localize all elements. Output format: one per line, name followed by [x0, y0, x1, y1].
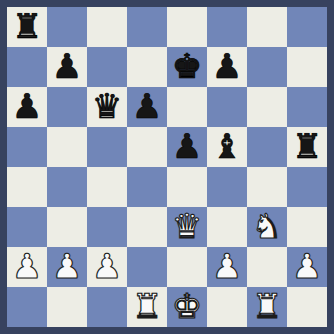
- square-e1[interactable]: ♚: [167, 287, 207, 327]
- white-knight: ♞: [252, 207, 282, 246]
- square-d4[interactable]: [127, 167, 167, 207]
- square-a7[interactable]: [7, 47, 47, 87]
- square-g3[interactable]: ♞: [247, 207, 287, 247]
- white-pawn: ♟: [52, 247, 82, 286]
- square-h2[interactable]: ♟: [287, 247, 327, 287]
- square-d5[interactable]: [127, 127, 167, 167]
- square-a5[interactable]: [7, 127, 47, 167]
- square-b4[interactable]: [47, 167, 87, 207]
- square-b6[interactable]: [47, 87, 87, 127]
- white-pawn: ♟: [212, 247, 242, 286]
- square-e4[interactable]: [167, 167, 207, 207]
- square-e6[interactable]: [167, 87, 207, 127]
- square-c8[interactable]: [87, 7, 127, 47]
- square-h7[interactable]: [287, 47, 327, 87]
- square-c1[interactable]: [87, 287, 127, 327]
- square-f7[interactable]: ♟: [207, 47, 247, 87]
- square-g7[interactable]: [247, 47, 287, 87]
- white-rook: ♜: [252, 287, 282, 326]
- black-bishop: ♝: [212, 127, 242, 166]
- white-pawn: ♟: [92, 247, 122, 286]
- square-b5[interactable]: [47, 127, 87, 167]
- square-c3[interactable]: [87, 207, 127, 247]
- white-pawn: ♟: [292, 247, 322, 286]
- square-b7[interactable]: ♟: [47, 47, 87, 87]
- black-rook: ♜: [292, 127, 322, 166]
- square-e2[interactable]: [167, 247, 207, 287]
- square-b2[interactable]: ♟: [47, 247, 87, 287]
- square-d8[interactable]: [127, 7, 167, 47]
- white-rook: ♜: [132, 287, 162, 326]
- square-d3[interactable]: [127, 207, 167, 247]
- square-c4[interactable]: [87, 167, 127, 207]
- black-queen: ♛: [92, 87, 122, 126]
- square-f1[interactable]: [207, 287, 247, 327]
- square-c6[interactable]: ♛: [87, 87, 127, 127]
- square-d1[interactable]: ♜: [127, 287, 167, 327]
- square-a3[interactable]: [7, 207, 47, 247]
- square-d6[interactable]: ♟: [127, 87, 167, 127]
- square-h6[interactable]: [287, 87, 327, 127]
- black-pawn: ♟: [12, 87, 42, 126]
- square-h8[interactable]: [287, 7, 327, 47]
- white-queen: ♛: [172, 207, 202, 246]
- square-g8[interactable]: [247, 7, 287, 47]
- square-a8[interactable]: ♜: [7, 7, 47, 47]
- square-c5[interactable]: [87, 127, 127, 167]
- square-a2[interactable]: ♟: [7, 247, 47, 287]
- square-a4[interactable]: [7, 167, 47, 207]
- square-e3[interactable]: ♛: [167, 207, 207, 247]
- black-pawn: ♟: [52, 47, 82, 86]
- square-h5[interactable]: ♜: [287, 127, 327, 167]
- chess-board-wrapper: ♜♟♚♟♟♛♟♟♝♜♛♞♟♟♟♟♟♜♚♜: [0, 0, 334, 334]
- black-pawn: ♟: [212, 47, 242, 86]
- square-f8[interactable]: [207, 7, 247, 47]
- square-h3[interactable]: [287, 207, 327, 247]
- black-rook: ♜: [12, 7, 42, 46]
- square-b1[interactable]: [47, 287, 87, 327]
- square-f6[interactable]: [207, 87, 247, 127]
- square-f3[interactable]: [207, 207, 247, 247]
- square-e8[interactable]: [167, 7, 207, 47]
- square-f5[interactable]: ♝: [207, 127, 247, 167]
- square-c2[interactable]: ♟: [87, 247, 127, 287]
- square-f4[interactable]: [207, 167, 247, 207]
- square-c7[interactable]: [87, 47, 127, 87]
- square-g2[interactable]: [247, 247, 287, 287]
- square-g5[interactable]: [247, 127, 287, 167]
- square-d7[interactable]: [127, 47, 167, 87]
- square-h1[interactable]: [287, 287, 327, 327]
- chess-board: ♜♟♚♟♟♛♟♟♝♜♛♞♟♟♟♟♟♜♚♜: [0, 0, 334, 334]
- square-f2[interactable]: ♟: [207, 247, 247, 287]
- square-e7[interactable]: ♚: [167, 47, 207, 87]
- square-d2[interactable]: [127, 247, 167, 287]
- square-g6[interactable]: [247, 87, 287, 127]
- square-e5[interactable]: ♟: [167, 127, 207, 167]
- white-pawn: ♟: [12, 247, 42, 286]
- square-g4[interactable]: [247, 167, 287, 207]
- black-pawn: ♟: [132, 87, 162, 126]
- black-pawn: ♟: [172, 127, 202, 166]
- square-b8[interactable]: [47, 7, 87, 47]
- white-king: ♚: [172, 287, 202, 326]
- square-a1[interactable]: [7, 287, 47, 327]
- square-b3[interactable]: [47, 207, 87, 247]
- black-king: ♚: [172, 47, 202, 86]
- square-g1[interactable]: ♜: [247, 287, 287, 327]
- square-h4[interactable]: [287, 167, 327, 207]
- square-a6[interactable]: ♟: [7, 87, 47, 127]
